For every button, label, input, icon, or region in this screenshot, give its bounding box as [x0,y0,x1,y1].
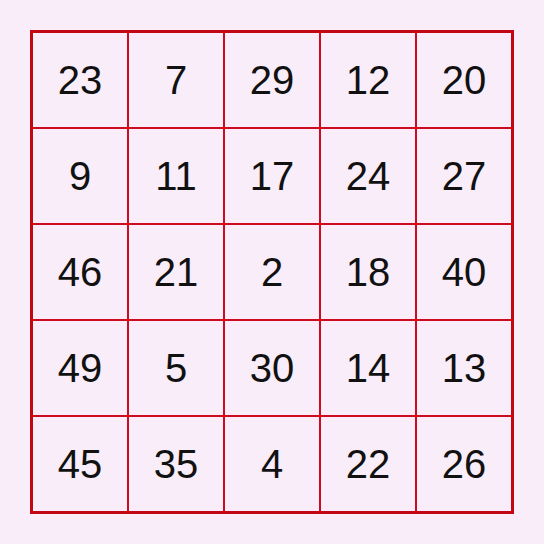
board-cell[interactable]: 45 [33,417,127,511]
board-cell[interactable]: 21 [129,225,223,319]
board-cell[interactable]: 13 [417,321,511,415]
board-cell[interactable]: 4 [225,417,319,511]
board-cell[interactable]: 11 [129,129,223,223]
board-cell[interactable]: 26 [417,417,511,511]
board-cell[interactable]: 12 [321,33,415,127]
board-cell[interactable]: 17 [225,129,319,223]
board-cell[interactable]: 30 [225,321,319,415]
board-cell[interactable]: 5 [129,321,223,415]
board-cell[interactable]: 18 [321,225,415,319]
board-cell[interactable]: 14 [321,321,415,415]
bingo-board: 2372912209111724274621218404953014134535… [30,30,514,514]
board-cell[interactable]: 49 [33,321,127,415]
board-cell[interactable]: 22 [321,417,415,511]
board-cell[interactable]: 2 [225,225,319,319]
board-cell[interactable]: 9 [33,129,127,223]
board-cell[interactable]: 46 [33,225,127,319]
board-cell[interactable]: 23 [33,33,127,127]
board-cell[interactable]: 7 [129,33,223,127]
board-cell[interactable]: 35 [129,417,223,511]
board-cell[interactable]: 29 [225,33,319,127]
board-cell[interactable]: 24 [321,129,415,223]
board-cell[interactable]: 27 [417,129,511,223]
board-cell[interactable]: 40 [417,225,511,319]
board-cell[interactable]: 20 [417,33,511,127]
